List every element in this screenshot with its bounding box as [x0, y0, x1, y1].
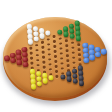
hole[interactable] [53, 45, 56, 47]
hole[interactable] [72, 57, 75, 59]
hole[interactable] [30, 57, 33, 59]
peg-blue[interactable] [83, 57, 89, 63]
hole[interactable] [43, 66, 46, 68]
hole[interactable] [55, 70, 58, 72]
peg-red[interactable] [10, 57, 16, 63]
hole[interactable] [48, 53, 51, 55]
peg-green[interactable] [63, 31, 69, 37]
hole[interactable] [67, 64, 70, 66]
hole[interactable] [54, 50, 57, 52]
hole[interactable] [65, 39, 68, 41]
hole[interactable] [42, 56, 45, 58]
hole[interactable] [61, 62, 64, 64]
hole[interactable] [49, 63, 52, 65]
hole[interactable] [36, 54, 39, 56]
hole[interactable] [49, 68, 52, 70]
hole[interactable] [60, 52, 63, 54]
peg-red[interactable] [4, 55, 10, 61]
hole[interactable] [78, 44, 81, 46]
hole[interactable] [48, 48, 51, 50]
hole[interactable] [78, 49, 81, 51]
chinese-checkers-scene [0, 0, 112, 112]
hole[interactable] [78, 54, 81, 56]
hole[interactable] [59, 37, 62, 39]
peg-white[interactable] [39, 33, 45, 39]
hole[interactable] [42, 61, 45, 63]
peg-white[interactable] [45, 30, 51, 36]
peg-black[interactable] [60, 74, 66, 80]
hole[interactable] [66, 49, 69, 51]
hole[interactable] [36, 59, 39, 61]
hole[interactable] [56, 75, 59, 77]
peg-green[interactable] [57, 29, 63, 35]
hole[interactable] [47, 38, 50, 40]
hole[interactable] [47, 43, 50, 45]
hole[interactable] [54, 60, 57, 62]
hole[interactable] [55, 65, 58, 67]
hole[interactable] [35, 49, 38, 51]
peg-yellow[interactable] [42, 78, 48, 84]
hole[interactable] [37, 64, 40, 66]
hole[interactable] [73, 62, 76, 64]
peg-white[interactable] [33, 36, 39, 42]
hole[interactable] [30, 52, 33, 54]
hole[interactable] [60, 47, 63, 49]
hole[interactable] [60, 57, 63, 59]
peg-red[interactable] [17, 59, 23, 65]
hole[interactable] [72, 47, 75, 49]
hole[interactable] [66, 54, 69, 56]
hole[interactable] [59, 42, 62, 44]
hole[interactable] [53, 35, 56, 37]
peg-white[interactable] [27, 39, 33, 45]
hole[interactable] [35, 44, 38, 46]
peg-green[interactable] [75, 35, 81, 41]
peg-black[interactable] [79, 80, 85, 86]
hole[interactable] [30, 62, 33, 64]
hole[interactable] [53, 40, 56, 42]
hole[interactable] [41, 41, 44, 43]
hole[interactable] [29, 47, 32, 49]
peg-yellow[interactable] [36, 81, 42, 87]
hole[interactable] [61, 67, 64, 69]
peg-yellow[interactable] [48, 75, 54, 81]
hole[interactable] [65, 44, 68, 46]
hole[interactable] [72, 52, 75, 54]
peg-red[interactable] [23, 62, 29, 68]
hole[interactable] [79, 59, 82, 61]
peg-blue[interactable] [95, 51, 101, 57]
hole[interactable] [67, 59, 70, 61]
peg-green[interactable] [69, 33, 75, 39]
peg-black[interactable] [72, 78, 78, 84]
peg-layer [0, 0, 112, 112]
hole[interactable] [54, 55, 57, 57]
peg-yellow[interactable] [30, 84, 36, 90]
peg-blue[interactable] [89, 54, 95, 60]
peg-blue[interactable] [101, 49, 107, 55]
hole[interactable] [41, 46, 44, 48]
hole[interactable] [48, 58, 51, 60]
hole[interactable] [42, 51, 45, 53]
peg-black[interactable] [66, 76, 72, 82]
hole[interactable] [71, 42, 74, 44]
